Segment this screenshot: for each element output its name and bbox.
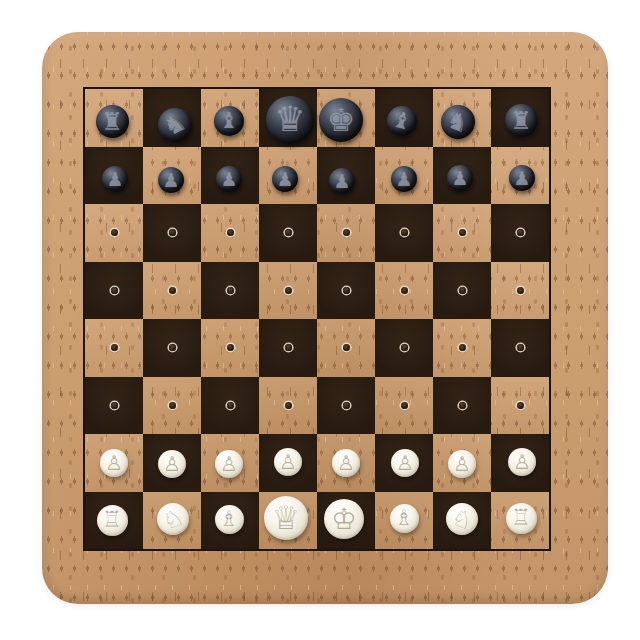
peg-hole [285,287,292,294]
square-c7[interactable]: ♟ [201,147,259,205]
peg-hole [285,402,292,409]
piece-black-pawn[interactable]: ♟ [216,166,242,192]
peg-hole [401,344,408,351]
square-h1[interactable]: ♖ [491,492,549,550]
piece-white-pawn[interactable]: ♙ [332,449,360,477]
square-a6[interactable] [85,204,143,262]
square-a3[interactable] [85,377,143,435]
piece-black-knight[interactable]: ♞ [158,108,192,142]
square-g6[interactable] [433,204,491,262]
peg-hole [517,402,524,409]
square-g7[interactable]: ♟ [433,147,491,205]
piece-white-bishop[interactable]: ♗ [215,505,244,534]
piece-white-pawn[interactable]: ♙ [448,450,476,478]
square-d7[interactable]: ♟ [259,147,317,205]
square-h6[interactable] [491,204,549,262]
pawn-glyph: ♙ [163,454,181,474]
bishop-glyph: ♗ [395,508,414,529]
peg-hole [227,287,234,294]
piece-black-rook[interactable]: ♜ [505,104,538,137]
piece-black-bishop[interactable]: ♝ [387,106,417,136]
square-f7[interactable]: ♟ [375,147,433,205]
peg-hole [517,229,524,236]
rook-glyph: ♜ [510,109,532,133]
peg-hole [459,229,466,236]
square-b1[interactable]: ♘ [143,492,201,550]
peg-hole [401,287,408,294]
square-g4[interactable] [433,319,491,377]
piece-white-bishop[interactable]: ♗ [390,504,419,533]
square-g8[interactable]: ♞ [433,89,491,147]
square-e2[interactable]: ♙ [317,434,375,492]
piece-black-pawn[interactable]: ♟ [329,168,355,194]
piece-white-knight[interactable]: ♘ [157,503,189,535]
square-h5[interactable] [491,262,549,320]
peg-hole [459,287,466,294]
knight-glyph: ♘ [448,505,476,534]
pawn-glyph: ♟ [220,170,237,189]
rook-glyph: ♖ [511,507,531,529]
piece-white-pawn[interactable]: ♙ [158,450,186,478]
peg-hole [459,344,466,351]
square-a2[interactable]: ♙ [85,434,143,492]
square-a8[interactable]: ♜ [85,89,143,147]
piece-white-pawn[interactable]: ♙ [508,448,536,476]
square-g1[interactable]: ♘ [433,492,491,550]
square-g5[interactable] [433,262,491,320]
square-f1[interactable]: ♗ [375,492,433,550]
piece-white-pawn[interactable]: ♙ [100,449,128,477]
queen-glyph: ♛ [274,102,305,137]
knight-glyph: ♞ [160,109,190,140]
square-g3[interactable] [433,377,491,435]
square-d4[interactable] [259,319,317,377]
peg-hole [517,287,524,294]
pawn-glyph: ♟ [276,170,293,189]
pawn-glyph: ♙ [337,453,355,473]
peg-hole [169,229,176,236]
square-a1[interactable]: ♖ [85,492,143,550]
peg-hole [227,344,234,351]
piece-black-pawn[interactable]: ♟ [272,166,298,192]
peg-hole [401,229,408,236]
square-c1[interactable]: ♗ [201,492,259,550]
piece-white-queen[interactable]: ♕ [264,496,308,540]
square-d8[interactable]: ♛ [259,89,317,147]
bishop-glyph: ♝ [219,110,239,132]
pawn-glyph: ♟ [395,170,412,189]
wooden-board: ♜♞♝♛♚♝♞♜♟♟♟♟♟♟♟♟♙♙♙♙♙♙♙♙♖♘♗♕♔♗♘♖ [42,32,608,604]
square-c5[interactable] [201,262,259,320]
rook-glyph: ♖ [102,509,122,531]
pawn-glyph: ♙ [396,453,414,473]
square-d3[interactable] [259,377,317,435]
piece-black-pawn[interactable]: ♟ [102,166,128,192]
bishop-glyph: ♗ [220,509,239,530]
piece-white-rook[interactable]: ♖ [506,503,537,534]
square-c3[interactable] [201,377,259,435]
square-f8[interactable]: ♝ [375,89,433,147]
square-e7[interactable]: ♟ [317,147,375,205]
square-d6[interactable] [259,204,317,262]
pawn-glyph: ♙ [105,453,123,473]
piece-white-pawn[interactable]: ♙ [215,450,243,478]
rook-glyph: ♜ [101,110,123,134]
piece-black-knight[interactable]: ♞ [441,105,475,139]
knight-glyph: ♘ [160,505,187,533]
pawn-glyph: ♙ [220,454,238,474]
peg-hole [169,402,176,409]
pawn-glyph: ♟ [451,169,468,188]
square-d5[interactable] [259,262,317,320]
square-b8[interactable]: ♞ [143,89,201,147]
peg-hole [343,287,350,294]
peg-hole [285,344,292,351]
square-f5[interactable] [375,262,433,320]
pawn-glyph: ♙ [279,452,297,472]
square-b3[interactable] [143,377,201,435]
pawn-glyph: ♟ [162,171,179,190]
square-e5[interactable] [317,262,375,320]
photo-canvas: ♜♞♝♛♚♝♞♜♟♟♟♟♟♟♟♟♙♙♙♙♙♙♙♙♖♘♗♕♔♗♘♖ [0,0,640,640]
piece-black-pawn[interactable]: ♟ [447,165,473,191]
peg-hole [111,229,118,236]
square-h3[interactable] [491,377,549,435]
piece-white-knight[interactable]: ♘ [446,503,478,535]
square-f2[interactable]: ♙ [375,434,433,492]
peg-hole [111,402,118,409]
peg-hole [227,402,234,409]
peg-hole [169,287,176,294]
square-c4[interactable] [201,319,259,377]
piece-white-rook[interactable]: ♖ [97,505,128,536]
pawn-glyph: ♟ [106,170,123,189]
king-glyph: ♔ [331,505,357,534]
piece-white-pawn[interactable]: ♙ [391,449,419,477]
square-a7[interactable]: ♟ [85,147,143,205]
square-e3[interactable] [317,377,375,435]
peg-hole [401,402,408,409]
square-e8[interactable]: ♚ [317,89,375,147]
square-e6[interactable] [317,204,375,262]
square-h4[interactable] [491,319,549,377]
square-h7[interactable]: ♟ [491,147,549,205]
piece-black-pawn[interactable]: ♟ [391,166,417,192]
peg-hole [459,402,466,409]
peg-hole [517,344,524,351]
square-f6[interactable] [375,204,433,262]
piece-black-king[interactable]: ♚ [319,98,363,142]
square-g2[interactable]: ♙ [433,434,491,492]
square-b7[interactable]: ♟ [143,147,201,205]
square-c6[interactable] [201,204,259,262]
peg-hole [111,287,118,294]
peg-hole [343,344,350,351]
square-c2[interactable]: ♙ [201,434,259,492]
pawn-glyph: ♟ [513,169,530,188]
piece-black-pawn[interactable]: ♟ [158,167,184,193]
peg-hole [285,229,292,236]
queen-glyph: ♕ [272,502,301,534]
square-b2[interactable]: ♙ [143,434,201,492]
square-f3[interactable] [375,377,433,435]
king-glyph: ♚ [327,104,356,136]
square-a5[interactable] [85,262,143,320]
square-d1[interactable]: ♕ [259,492,317,550]
square-b4[interactable] [143,319,201,377]
square-c8[interactable]: ♝ [201,89,259,147]
square-e1[interactable]: ♔ [317,492,375,550]
piece-black-rook[interactable]: ♜ [96,105,129,138]
knight-glyph: ♞ [444,107,473,137]
square-d2[interactable]: ♙ [259,434,317,492]
square-b6[interactable] [143,204,201,262]
piece-black-queen[interactable]: ♛ [266,96,314,144]
pawn-glyph: ♙ [453,454,471,474]
piece-black-bishop[interactable]: ♝ [214,106,244,136]
square-f4[interactable] [375,319,433,377]
square-b5[interactable] [143,262,201,320]
piece-black-pawn[interactable]: ♟ [509,165,535,191]
peg-hole [343,229,350,236]
pawn-glyph: ♟ [333,172,350,191]
square-h8[interactable]: ♜ [491,89,549,147]
square-h2[interactable]: ♙ [491,434,549,492]
square-e4[interactable] [317,319,375,377]
piece-white-king[interactable]: ♔ [324,499,364,539]
peg-hole [343,402,350,409]
peg-hole [169,344,176,351]
peg-hole [227,229,234,236]
pawn-glyph: ♙ [513,452,531,472]
piece-white-pawn[interactable]: ♙ [274,448,302,476]
square-a4[interactable] [85,319,143,377]
bishop-glyph: ♝ [390,108,414,134]
chess-board: ♜♞♝♛♚♝♞♜♟♟♟♟♟♟♟♟♙♙♙♙♙♙♙♙♖♘♗♕♔♗♘♖ [83,87,551,551]
peg-hole [111,344,118,351]
